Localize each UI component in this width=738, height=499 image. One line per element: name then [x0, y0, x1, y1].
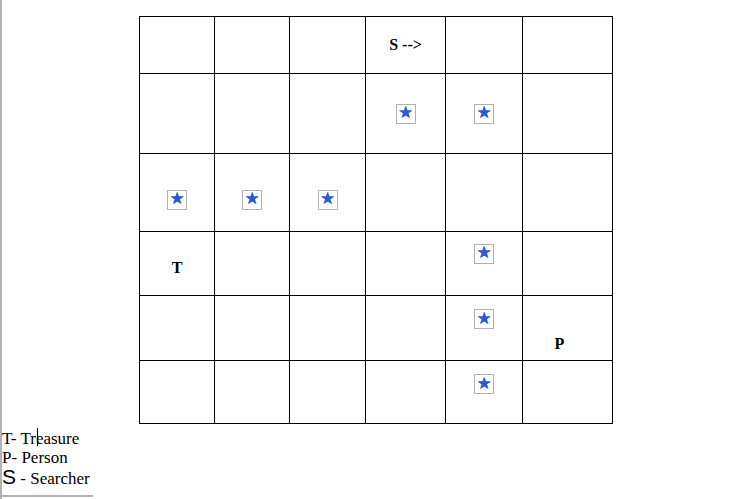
- cell-r2c0[interactable]: ★: [140, 154, 215, 232]
- cell-r1c5[interactable]: [523, 74, 612, 154]
- cell-r2c2[interactable]: ★: [290, 154, 366, 232]
- cell-r5c3[interactable]: [366, 361, 446, 423]
- cell-r2c3[interactable]: [366, 154, 446, 232]
- cell-r5c1[interactable]: [215, 361, 290, 423]
- cell-r0c1[interactable]: [215, 17, 290, 74]
- legend-searcher-key: S: [2, 465, 16, 488]
- cell-r0c0[interactable]: [140, 17, 215, 74]
- cell-r1c0[interactable]: [140, 74, 215, 154]
- cell-r3c4[interactable]: ★: [446, 232, 523, 296]
- star-icon: ★: [396, 104, 416, 124]
- cell-r3c3[interactable]: [366, 232, 446, 296]
- star-icon: ★: [318, 190, 338, 210]
- cell-r4c0[interactable]: [140, 296, 215, 361]
- cell-r5c5[interactable]: [523, 361, 612, 423]
- text-caret: [37, 428, 38, 446]
- legend-treasure[interactable]: T- Treasure: [2, 429, 90, 448]
- cell-r5c4[interactable]: ★: [446, 361, 523, 423]
- legend-person-text: Person: [17, 448, 68, 467]
- star-icon: ★: [474, 309, 494, 329]
- cell-label-p: P: [555, 336, 565, 352]
- cell-r2c1[interactable]: ★: [215, 154, 290, 232]
- cell-label-s: S -->: [389, 37, 422, 53]
- star-icon: ★: [167, 190, 187, 210]
- treasure-hunt-grid: S -->★★★★★T★★P★: [139, 16, 613, 424]
- cell-r0c3[interactable]: S -->: [366, 17, 446, 74]
- page-bottom-edge: [0, 495, 93, 497]
- cell-r0c4[interactable]: [446, 17, 523, 74]
- cell-r4c2[interactable]: [290, 296, 366, 361]
- cell-r3c1[interactable]: [215, 232, 290, 296]
- cell-r2c4[interactable]: [446, 154, 523, 232]
- cell-r3c2[interactable]: [290, 232, 366, 296]
- legend-searcher[interactable]: S - Searcher: [2, 467, 90, 486]
- cell-r1c2[interactable]: [290, 74, 366, 154]
- cell-r1c1[interactable]: [215, 74, 290, 154]
- cell-r0c5[interactable]: [523, 17, 612, 74]
- cell-r4c3[interactable]: [366, 296, 446, 361]
- star-icon: ★: [474, 104, 494, 124]
- star-icon: ★: [474, 374, 494, 394]
- cell-r5c2[interactable]: [290, 361, 366, 423]
- cell-r4c5[interactable]: P: [523, 296, 612, 361]
- cell-r1c3[interactable]: ★: [366, 74, 446, 154]
- page-left-edge: [0, 0, 2, 499]
- cell-r1c4[interactable]: ★: [446, 74, 523, 154]
- cell-r5c0[interactable]: [140, 361, 215, 423]
- star-icon: ★: [242, 190, 262, 210]
- legend: T- Treasure P- Person S - Searcher: [2, 429, 90, 486]
- cell-r2c5[interactable]: [523, 154, 612, 232]
- cell-r4c1[interactable]: [215, 296, 290, 361]
- legend-treasure-key: T-: [2, 429, 17, 448]
- cell-r4c4[interactable]: ★: [446, 296, 523, 361]
- cell-r0c2[interactable]: [290, 17, 366, 74]
- star-icon: ★: [474, 244, 494, 264]
- legend-searcher-text: - Searcher: [16, 469, 90, 488]
- legend-treasure-text: Treasure: [17, 429, 80, 448]
- cell-r3c0[interactable]: T: [140, 232, 215, 296]
- cell-label-t: T: [172, 260, 183, 276]
- cell-r3c5[interactable]: [523, 232, 612, 296]
